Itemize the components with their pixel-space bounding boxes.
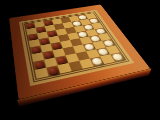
checker-piece-dark[interactable] <box>31 46 41 54</box>
board-square[interactable] <box>66 53 80 63</box>
checker-piece-dark[interactable] <box>43 51 54 59</box>
board-square[interactable] <box>106 45 120 54</box>
board-square[interactable] <box>79 59 93 69</box>
checker-piece-white[interactable] <box>111 53 124 61</box>
board-square[interactable] <box>46 65 60 76</box>
checker-piece-dark[interactable] <box>34 60 45 69</box>
board-square[interactable] <box>90 56 105 66</box>
border-inlay-outer <box>22 11 130 82</box>
board-square[interactable] <box>50 42 62 51</box>
board-square[interactable] <box>110 52 125 62</box>
board-square[interactable] <box>35 68 49 79</box>
board-square[interactable] <box>55 55 69 65</box>
board-square[interactable] <box>31 52 44 62</box>
border-inlay-inner <box>24 12 127 80</box>
checker-piece-dark[interactable] <box>56 56 68 64</box>
board-margin <box>19 10 134 86</box>
checker-piece-white[interactable] <box>91 57 104 66</box>
board-square[interactable] <box>44 57 57 67</box>
board-square[interactable] <box>92 41 105 49</box>
board-square[interactable] <box>30 45 42 54</box>
checker-piece-dark[interactable] <box>51 42 62 49</box>
board-grid <box>25 13 125 79</box>
board-square[interactable] <box>60 40 73 48</box>
board-square[interactable] <box>83 43 96 52</box>
board-square[interactable] <box>76 51 90 60</box>
board-square[interactable] <box>100 54 115 64</box>
checkers-board <box>9 4 150 99</box>
board-square[interactable] <box>96 47 110 56</box>
photo-background <box>0 0 160 120</box>
checker-piece-white[interactable] <box>97 48 109 56</box>
board-square[interactable] <box>86 49 100 58</box>
board-square[interactable] <box>33 60 46 70</box>
board-square[interactable] <box>57 63 71 74</box>
board-square[interactable] <box>68 61 82 71</box>
checker-piece-dark[interactable] <box>47 66 59 75</box>
board-square[interactable] <box>102 39 116 47</box>
board-square[interactable] <box>63 46 76 55</box>
board-square[interactable] <box>53 48 66 57</box>
checker-piece-white[interactable] <box>84 43 95 50</box>
checker-piece-white[interactable] <box>103 40 115 47</box>
board-square[interactable] <box>29 39 41 47</box>
board-square[interactable] <box>73 45 86 54</box>
board-square[interactable] <box>42 50 55 59</box>
board-square[interactable] <box>40 44 52 53</box>
